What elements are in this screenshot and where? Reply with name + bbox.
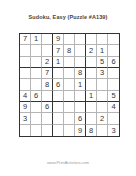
cell-r5c2 [31,79,42,90]
footer-url: www.PrintActivities.com [0,160,136,165]
cell-r3c6 [75,57,86,68]
cell-r8c9 [108,113,119,124]
cell-r5c6: 1 [75,79,86,90]
cell-r5c5 [64,79,75,90]
cell-r3c2 [31,57,42,68]
cell-r6c3 [42,91,53,102]
cell-r2c7: 2 [86,45,97,56]
cell-r3c8: 5 [97,57,108,68]
cell-r4c5 [64,68,75,79]
cell-r9c8 [97,125,108,136]
cell-r8c6: 6 [75,113,86,124]
cell-r5c7 [86,79,97,90]
cell-r9c3 [42,125,53,136]
cell-r3c1 [20,57,31,68]
cell-r2c5: 8 [64,45,75,56]
cell-r1c9 [108,34,119,45]
cell-r7c9: 4 [108,102,119,113]
cell-r2c1 [20,45,31,56]
cell-r1c1: 7 [20,34,31,45]
cell-r7c8 [97,102,108,113]
cell-r1c4: 9 [53,34,64,45]
cell-r9c1 [20,125,31,136]
cell-r7c7 [86,102,97,113]
cell-r1c2: 1 [31,34,42,45]
cell-r3c3: 2 [42,57,53,68]
cell-r6c4 [53,91,64,102]
cell-r8c3 [42,113,53,124]
cell-r9c5 [64,125,75,136]
cell-r2c2 [31,45,42,56]
cell-r3c4: 1 [53,57,64,68]
cell-r4c3: 7 [42,68,53,79]
cell-r7c1: 9 [20,102,31,113]
cell-r4c1 [20,68,31,79]
cell-r9c7: 8 [86,125,97,136]
cell-r6c5 [64,91,75,102]
cell-r4c4 [53,68,64,79]
cell-r5c9 [108,79,119,90]
cell-r6c9: 5 [108,91,119,102]
cell-r8c8: 2 [97,113,108,124]
cell-r8c4 [53,113,64,124]
cell-r1c5 [64,34,75,45]
cell-r3c5 [64,57,75,68]
cell-r1c3 [42,34,53,45]
cell-r4c7 [86,68,97,79]
cell-r7c6 [75,102,86,113]
cell-r7c3: 6 [42,102,53,113]
cell-r8c7 [86,113,97,124]
cell-r7c4 [53,102,64,113]
cell-r8c2 [31,113,42,124]
cell-r7c5 [64,102,75,113]
cell-r9c6: 9 [75,125,86,136]
cell-r1c6 [75,34,86,45]
cell-r3c9: 6 [108,57,119,68]
cell-r6c7: 1 [86,91,97,102]
cell-r5c1 [20,79,31,90]
cell-r8c5 [64,113,75,124]
sudoku-board: 719782121567838614615964362983 [19,33,120,137]
cell-r4c9 [108,68,119,79]
cell-r4c6: 8 [75,68,86,79]
cell-r2c8: 1 [97,45,108,56]
cell-r9c9: 3 [108,125,119,136]
cell-r6c8 [97,91,108,102]
cell-r1c7 [86,34,97,45]
cell-r5c3: 8 [42,79,53,90]
cell-r2c3 [42,45,53,56]
cell-r6c1: 4 [20,91,31,102]
cell-r9c2 [31,125,42,136]
page-title: Sudoku, Easy (Puzzle #A139) [0,14,136,20]
cell-r5c4: 6 [53,79,64,90]
cell-r1c8 [97,34,108,45]
cell-r5c8 [97,79,108,90]
cell-r7c2 [31,102,42,113]
cell-r6c6 [75,91,86,102]
cell-r8c1: 3 [20,113,31,124]
cell-r2c6 [75,45,86,56]
cell-r9c4 [53,125,64,136]
cell-r3c7 [86,57,97,68]
cell-r2c9 [108,45,119,56]
sudoku-page: Sudoku, Easy (Puzzle #A139) 719782121567… [0,0,136,176]
cell-r4c8: 3 [97,68,108,79]
cell-r2c4: 7 [53,45,64,56]
cell-r6c2: 6 [31,91,42,102]
cell-r4c2 [31,68,42,79]
